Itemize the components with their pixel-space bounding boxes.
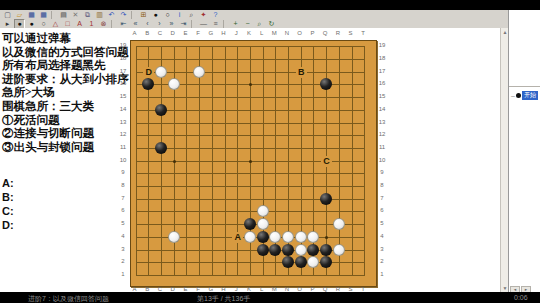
status-left: 进阶7：以及微信回答问题 [28,294,109,303]
last-move-icon[interactable]: ⇥ [178,19,189,29]
star-point [249,83,252,86]
coord-row-right: 7 [377,195,387,202]
grid-line-vertical [364,46,365,276]
coord-row-left: 10 [118,157,128,164]
white-stone-O3[interactable] [295,244,307,256]
game-info-panel [509,28,540,87]
coord-row-right: 16 [377,80,387,87]
number-marker-icon[interactable]: 1 [86,19,97,29]
letterbox-bottom: 进阶7：以及微信回答问题 第13手 / 共136手 0:06 [0,292,540,303]
black-stone-Q7[interactable] [320,193,332,205]
white-stone-D4[interactable] [168,231,180,243]
grid-line-horizontal [136,275,366,276]
status-right: 0:06 [514,294,528,301]
lesson-note-line: 进阶要求：从大到小排序 [2,73,134,87]
coord-col-top: J [231,30,241,37]
count-icon[interactable]: ≡ [210,19,221,29]
lesson-note-line: ③出头与封锁问题 [2,141,134,155]
tree-node-label[interactable]: 开始 [522,91,538,100]
coord-col-top: R [333,30,343,37]
star-point [173,160,176,163]
letterbox-top [0,0,540,10]
black-stone-Q3[interactable] [320,244,332,256]
coord-col-top: G [206,30,216,37]
white-stone-R3[interactable] [333,244,345,256]
zoom-fit-icon[interactable]: ⌕ [254,19,265,29]
grid-line-vertical [352,46,353,276]
rotate-icon[interactable]: ↻ [266,19,277,29]
toolbar-row-2: ▸●●○△□A1⊗⇤«‹›»⇥—≡+−⌕↻ [2,19,278,28]
black-stone-Q16[interactable] [320,78,332,90]
lesson-note-line: 可以通过弹幕 [2,32,134,46]
star-point [325,236,328,239]
black-stone-tool-icon[interactable]: ● [26,19,37,29]
lesson-note-line: ①死活问题 [2,114,134,128]
toolbar-separator [191,20,196,28]
grid-line-horizontal [136,211,366,212]
grid-line-vertical [339,46,340,276]
coord-col-top: S [346,30,356,37]
coord-row-right: 19 [377,42,387,49]
white-stone-O4[interactable] [295,231,307,243]
app-screen: ▢▱▦▦▤✕⧉▥↶↷⊞●○i⌕✦? ▸●●○△□A1⊗⇤«‹›»⇥—≡+−⌕↻ … [0,0,540,303]
coord-col-top: E [180,30,190,37]
black-stone-L4[interactable] [257,231,269,243]
coord-col-top: B [142,30,152,37]
black-stone-N3[interactable] [282,244,294,256]
toolbar-separator [51,11,56,19]
triangle-marker-icon[interactable]: △ [50,19,61,29]
coord-row-right: 2 [377,258,387,265]
tree-node-stone-icon [516,93,521,98]
coord-row-right: 10 [377,157,387,164]
zoom-out-icon[interactable]: − [242,19,253,29]
coord-col-top: P [307,30,317,37]
white-stone-M4[interactable] [269,231,281,243]
coord-col-top: Q [320,30,330,37]
coord-row-right: 18 [377,55,387,62]
pointer-tool-icon[interactable]: ▸ [2,19,13,29]
square-marker-icon[interactable]: □ [62,19,73,29]
coord-row-right: 12 [377,131,387,138]
white-stone-L6[interactable] [257,205,269,217]
forward-icon[interactable]: › [154,19,165,29]
coord-col-top: L [257,30,267,37]
coord-col-top: C [155,30,165,37]
first-move-icon[interactable]: ⇤ [118,19,129,29]
coord-row-right: 6 [377,207,387,214]
toolbar: ▢▱▦▦▤✕⧉▥↶↷⊞●○i⌕✦? ▸●●○△□A1⊗⇤«‹›»⇥—≡+−⌕↻ [0,10,540,29]
white-stone-L5[interactable] [257,218,269,230]
coord-col-top: N [282,30,292,37]
coord-row-left: 2 [118,258,128,265]
answer-option-label: A: [2,176,14,190]
coord-col-top: H [219,30,229,37]
coord-row-left: 6 [118,207,128,214]
tree-branch-line: – [511,92,515,99]
white-stone-R5[interactable] [333,218,345,230]
lesson-notes: 可以通过弹幕以及微信的方式回答问题所有布局选择题黑先进阶要求：从大到小排序急所>… [2,32,134,154]
coord-row-right: 9 [377,169,387,176]
coord-row-right: 4 [377,233,387,240]
coord-row-left: 5 [118,220,128,227]
board-label-B[interactable]: B [296,67,307,78]
white-stone-K4[interactable] [244,231,256,243]
white-stone-C17[interactable] [155,66,167,78]
erase-icon[interactable]: ⊗ [98,19,109,29]
lesson-note-line: 以及微信的方式回答问题 [2,46,134,60]
coord-row-right: 15 [377,93,387,100]
coord-row-left: 14 [118,106,128,113]
black-stone-C14[interactable] [155,104,167,116]
black-stone-L3[interactable] [257,244,269,256]
coord-row-right: 5 [377,220,387,227]
go-board[interactable]: DBCA [130,40,377,287]
coord-col-top: O [295,30,305,37]
coord-row-right: 11 [377,144,387,151]
black-stone-N2[interactable] [282,256,294,268]
answer-option-label: C: [2,204,14,218]
coord-row-left: 1 [118,271,128,278]
coord-row-right: 17 [377,68,387,75]
coord-col-top: F [193,30,203,37]
star-point [249,160,252,163]
white-stone-F17[interactable] [193,66,205,78]
lesson-note-line: 围棋急所：三大类 [2,100,134,114]
coord-col-top: K [244,30,254,37]
black-stone-P3[interactable] [307,244,319,256]
coord-row-right: 8 [377,182,387,189]
coord-col-top: D [168,30,178,37]
coord-row-left: 3 [118,246,128,253]
coord-row-right: 14 [377,106,387,113]
coord-col-top: T [358,30,368,37]
letter-marker-icon[interactable]: A [74,19,85,29]
black-stone-B16[interactable] [142,78,154,90]
pass-icon[interactable]: — [198,19,209,29]
white-stone-P2[interactable] [307,256,319,268]
answer-option-label: D: [2,218,14,232]
white-stone-P4[interactable] [307,231,319,243]
coord-row-left: 15 [118,93,128,100]
coord-row-right: 3 [377,246,387,253]
board-label-D[interactable]: D [143,67,154,78]
move-tool-icon[interactable]: ● [14,19,25,29]
lesson-note-line: 急所>大场 [2,86,134,100]
toolbar-separator [111,20,116,28]
coord-row-left: 13 [118,119,128,126]
black-stone-M3[interactable] [269,244,281,256]
status-center: 第13手 / 共136手 [197,294,250,303]
white-stone-N4[interactable] [282,231,294,243]
toolbar-separator [131,11,136,19]
coord-row-right: 13 [377,119,387,126]
coord-row-right: 1 [377,271,387,278]
coord-row-left: 16 [118,80,128,87]
right-panel: – 开始 ◄ ► [508,10,540,292]
answer-options: A:B:C:D: [2,176,14,232]
coord-col-top: M [269,30,279,37]
coord-row-left: 19 [118,42,128,49]
white-stone-tool-icon[interactable]: ○ [38,19,49,29]
lesson-note-line: 所有布局选择题黑先 [2,59,134,73]
forward-10-icon[interactable]: » [166,19,177,29]
lesson-note-line: ②连接与切断问题 [2,127,134,141]
grid-line-horizontal [136,173,366,174]
coord-row-left: 17 [118,68,128,75]
coord-row-left: 11 [118,144,128,151]
black-stone-Q2[interactable] [320,256,332,268]
toolbar-separator [223,20,228,28]
zoom-in-icon[interactable]: + [230,19,241,29]
tree-node-selected[interactable]: – 开始 [511,90,538,100]
board-label-C[interactable]: C [321,156,332,167]
black-stone-C11[interactable] [155,142,167,154]
board-label-A[interactable]: A [232,232,243,243]
coord-row-left: 9 [118,169,128,176]
coord-row-left: 8 [118,182,128,189]
black-stone-O2[interactable] [295,256,307,268]
black-stone-K5[interactable] [244,218,256,230]
answer-option-label: B: [2,190,14,204]
coord-col-top: A [130,30,140,37]
coord-row-left: 7 [118,195,128,202]
back-icon[interactable]: ‹ [142,19,153,29]
grid-line-horizontal [136,186,366,187]
coord-row-left: 12 [118,131,128,138]
white-stone-D16[interactable] [168,78,180,90]
back-10-icon[interactable]: « [130,19,141,29]
coord-row-left: 4 [118,233,128,240]
coord-row-left: 18 [118,55,128,62]
